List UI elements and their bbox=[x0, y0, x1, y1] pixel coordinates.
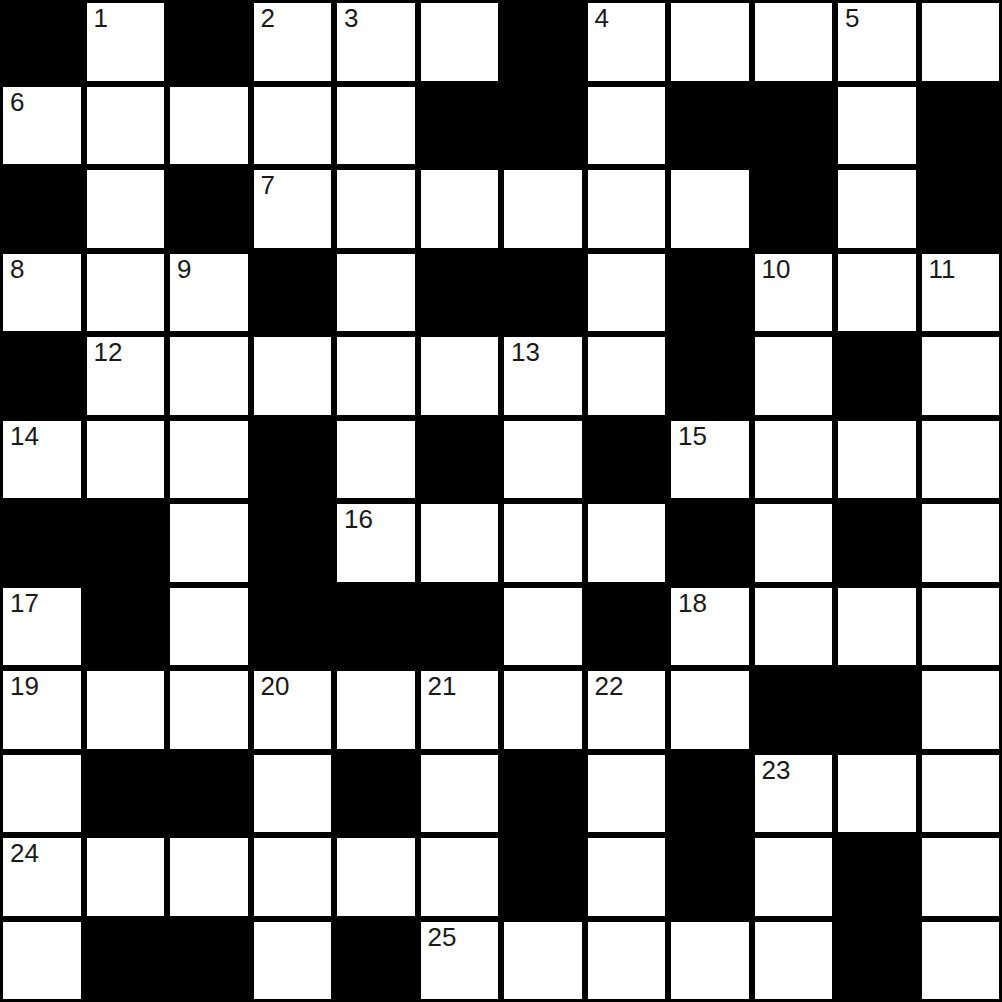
clue-number-16: 16 bbox=[344, 506, 373, 533]
white-cell[interactable] bbox=[919, 585, 1002, 669]
white-cell[interactable] bbox=[668, 167, 752, 251]
white-cell[interactable] bbox=[585, 501, 669, 585]
white-cell[interactable] bbox=[501, 418, 585, 502]
white-cell[interactable]: 19 bbox=[0, 668, 84, 752]
white-cell[interactable] bbox=[167, 84, 251, 168]
black-cell bbox=[167, 919, 251, 1002]
black-cell bbox=[501, 752, 585, 836]
clue-number-9: 9 bbox=[177, 256, 191, 283]
white-cell[interactable] bbox=[334, 418, 418, 502]
white-cell[interactable] bbox=[167, 418, 251, 502]
white-cell[interactable] bbox=[919, 418, 1002, 502]
black-cell bbox=[0, 334, 84, 418]
black-cell bbox=[835, 501, 919, 585]
clue-number-20: 20 bbox=[261, 673, 290, 700]
clue-number-14: 14 bbox=[10, 423, 39, 450]
clue-number-5: 5 bbox=[845, 5, 859, 32]
white-cell[interactable] bbox=[84, 418, 168, 502]
clue-number-24: 24 bbox=[10, 840, 39, 867]
black-cell bbox=[84, 501, 168, 585]
white-cell[interactable] bbox=[919, 0, 1002, 84]
white-cell[interactable] bbox=[668, 0, 752, 84]
clue-number-3: 3 bbox=[344, 5, 358, 32]
white-cell[interactable] bbox=[0, 919, 84, 1002]
white-cell[interactable] bbox=[251, 334, 335, 418]
white-cell[interactable] bbox=[919, 501, 1002, 585]
white-cell[interactable] bbox=[835, 418, 919, 502]
white-cell[interactable] bbox=[835, 752, 919, 836]
black-cell bbox=[668, 251, 752, 335]
clue-number-19: 19 bbox=[10, 673, 39, 700]
black-cell bbox=[251, 585, 335, 669]
black-cell bbox=[418, 585, 502, 669]
black-cell bbox=[585, 585, 669, 669]
black-cell bbox=[835, 835, 919, 919]
white-cell[interactable] bbox=[919, 752, 1002, 836]
white-cell[interactable] bbox=[167, 501, 251, 585]
white-cell[interactable]: 16 bbox=[334, 501, 418, 585]
white-cell[interactable] bbox=[84, 835, 168, 919]
white-cell[interactable]: 24 bbox=[0, 835, 84, 919]
white-cell[interactable] bbox=[835, 585, 919, 669]
white-cell[interactable]: 11 bbox=[919, 251, 1002, 335]
black-cell bbox=[84, 919, 168, 1002]
white-cell[interactable] bbox=[752, 418, 836, 502]
white-cell[interactable]: 10 bbox=[752, 251, 836, 335]
clue-number-12: 12 bbox=[94, 339, 123, 366]
white-cell[interactable] bbox=[501, 668, 585, 752]
white-cell[interactable]: 15 bbox=[668, 418, 752, 502]
clue-number-15: 15 bbox=[678, 423, 707, 450]
white-cell[interactable] bbox=[84, 251, 168, 335]
clue-number-18: 18 bbox=[678, 590, 707, 617]
clue-number-2: 2 bbox=[261, 5, 275, 32]
white-cell[interactable] bbox=[418, 334, 502, 418]
black-cell bbox=[501, 84, 585, 168]
white-cell[interactable]: 18 bbox=[668, 585, 752, 669]
black-cell bbox=[752, 668, 836, 752]
clue-number-21: 21 bbox=[428, 673, 457, 700]
black-cell bbox=[251, 251, 335, 335]
white-cell[interactable]: 9 bbox=[167, 251, 251, 335]
white-cell[interactable] bbox=[752, 835, 836, 919]
white-cell[interactable]: 2 bbox=[251, 0, 335, 84]
black-cell bbox=[84, 752, 168, 836]
white-cell[interactable] bbox=[167, 585, 251, 669]
black-cell bbox=[167, 0, 251, 84]
white-cell[interactable] bbox=[418, 0, 502, 84]
white-cell[interactable]: 25 bbox=[418, 919, 502, 1002]
black-cell bbox=[835, 668, 919, 752]
white-cell[interactable] bbox=[251, 919, 335, 1002]
white-cell[interactable] bbox=[167, 334, 251, 418]
white-cell[interactable] bbox=[501, 919, 585, 1002]
clue-number-13: 13 bbox=[511, 339, 540, 366]
black-cell bbox=[668, 501, 752, 585]
white-cell[interactable] bbox=[334, 251, 418, 335]
clue-number-23: 23 bbox=[762, 757, 791, 784]
white-cell[interactable] bbox=[251, 835, 335, 919]
white-cell[interactable] bbox=[752, 919, 836, 1002]
white-cell[interactable] bbox=[919, 835, 1002, 919]
white-cell[interactable] bbox=[334, 167, 418, 251]
white-cell[interactable]: 23 bbox=[752, 752, 836, 836]
clue-number-25: 25 bbox=[428, 924, 457, 951]
white-cell[interactable] bbox=[84, 84, 168, 168]
clue-number-1: 1 bbox=[94, 5, 108, 32]
black-cell bbox=[919, 84, 1002, 168]
white-cell[interactable]: 20 bbox=[251, 668, 335, 752]
black-cell bbox=[0, 167, 84, 251]
white-cell[interactable] bbox=[919, 334, 1002, 418]
black-cell bbox=[418, 84, 502, 168]
white-cell[interactable] bbox=[919, 919, 1002, 1002]
white-cell[interactable] bbox=[919, 668, 1002, 752]
white-cell[interactable]: 14 bbox=[0, 418, 84, 502]
black-cell bbox=[0, 501, 84, 585]
white-cell[interactable] bbox=[334, 668, 418, 752]
black-cell bbox=[501, 251, 585, 335]
white-cell[interactable] bbox=[668, 919, 752, 1002]
white-cell[interactable] bbox=[0, 752, 84, 836]
clue-number-17: 17 bbox=[10, 590, 39, 617]
white-cell[interactable]: 1 bbox=[84, 0, 168, 84]
black-cell bbox=[752, 84, 836, 168]
clue-number-8: 8 bbox=[10, 256, 24, 283]
white-cell[interactable]: 8 bbox=[0, 251, 84, 335]
clue-number-4: 4 bbox=[595, 5, 609, 32]
white-cell[interactable]: 7 bbox=[251, 167, 335, 251]
black-cell bbox=[167, 167, 251, 251]
white-cell[interactable] bbox=[418, 501, 502, 585]
black-cell bbox=[0, 0, 84, 84]
black-cell bbox=[251, 418, 335, 502]
white-cell[interactable] bbox=[418, 752, 502, 836]
white-cell[interactable] bbox=[585, 752, 669, 836]
white-cell[interactable]: 21 bbox=[418, 668, 502, 752]
white-cell[interactable] bbox=[835, 251, 919, 335]
white-cell[interactable]: 6 bbox=[0, 84, 84, 168]
white-cell[interactable]: 13 bbox=[501, 334, 585, 418]
black-cell bbox=[418, 418, 502, 502]
white-cell[interactable] bbox=[752, 334, 836, 418]
black-cell bbox=[334, 919, 418, 1002]
white-cell[interactable] bbox=[334, 334, 418, 418]
black-cell bbox=[501, 835, 585, 919]
white-cell[interactable] bbox=[251, 84, 335, 168]
black-cell bbox=[668, 752, 752, 836]
white-cell[interactable] bbox=[668, 668, 752, 752]
crossword-grid: 1234567891011121314151617181920212223242… bbox=[0, 0, 1002, 1002]
white-cell[interactable] bbox=[501, 167, 585, 251]
white-cell[interactable] bbox=[84, 668, 168, 752]
white-cell[interactable]: 3 bbox=[334, 0, 418, 84]
black-cell bbox=[835, 919, 919, 1002]
white-cell[interactable] bbox=[251, 752, 335, 836]
black-cell bbox=[752, 167, 836, 251]
black-cell bbox=[418, 251, 502, 335]
white-cell[interactable] bbox=[752, 501, 836, 585]
white-cell[interactable] bbox=[418, 167, 502, 251]
black-cell bbox=[919, 167, 1002, 251]
black-cell bbox=[585, 418, 669, 502]
clue-number-22: 22 bbox=[595, 673, 624, 700]
white-cell[interactable] bbox=[501, 585, 585, 669]
white-cell[interactable]: 4 bbox=[585, 0, 669, 84]
white-cell[interactable]: 5 bbox=[835, 0, 919, 84]
white-cell[interactable]: 17 bbox=[0, 585, 84, 669]
black-cell bbox=[501, 0, 585, 84]
white-cell[interactable] bbox=[418, 835, 502, 919]
black-cell bbox=[167, 752, 251, 836]
white-cell[interactable] bbox=[585, 919, 669, 1002]
clue-number-10: 10 bbox=[762, 256, 791, 283]
clue-number-6: 6 bbox=[10, 89, 24, 116]
white-cell[interactable] bbox=[585, 334, 669, 418]
black-cell bbox=[668, 84, 752, 168]
white-cell[interactable] bbox=[585, 84, 669, 168]
white-cell[interactable] bbox=[585, 251, 669, 335]
white-cell[interactable] bbox=[835, 167, 919, 251]
white-cell[interactable] bbox=[334, 84, 418, 168]
black-cell bbox=[334, 585, 418, 669]
white-cell[interactable] bbox=[334, 835, 418, 919]
white-cell[interactable] bbox=[752, 585, 836, 669]
white-cell[interactable] bbox=[585, 835, 669, 919]
white-cell[interactable]: 12 bbox=[84, 334, 168, 418]
black-cell bbox=[84, 585, 168, 669]
black-cell bbox=[835, 334, 919, 418]
clue-number-7: 7 bbox=[261, 172, 275, 199]
white-cell[interactable] bbox=[752, 0, 836, 84]
white-cell[interactable] bbox=[84, 167, 168, 251]
clue-number-11: 11 bbox=[929, 256, 956, 283]
white-cell[interactable] bbox=[167, 835, 251, 919]
white-cell[interactable] bbox=[835, 84, 919, 168]
white-cell[interactable] bbox=[167, 668, 251, 752]
white-cell[interactable] bbox=[501, 501, 585, 585]
black-cell bbox=[251, 501, 335, 585]
black-cell bbox=[334, 752, 418, 836]
white-cell[interactable] bbox=[585, 167, 669, 251]
black-cell bbox=[668, 334, 752, 418]
black-cell bbox=[668, 835, 752, 919]
white-cell[interactable]: 22 bbox=[585, 668, 669, 752]
